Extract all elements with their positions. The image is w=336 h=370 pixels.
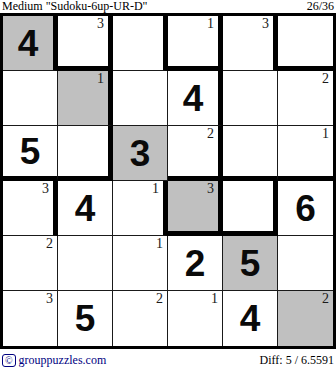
corner-mark: 2 xyxy=(156,291,163,307)
corner-mark: 3 xyxy=(207,181,214,197)
corner-mark: 3 xyxy=(97,16,104,32)
cell-r4c5[interactable] xyxy=(223,181,278,236)
cell-r5c2[interactable] xyxy=(58,236,113,291)
cell-r2c2[interactable]: 1 xyxy=(58,71,113,126)
cell-r6c3[interactable]: 2 xyxy=(113,291,168,346)
sudoku-grid: 43131425321341362125352142 xyxy=(0,13,336,349)
given-digit: 5 xyxy=(240,245,261,282)
cell-r1c2[interactable]: 3 xyxy=(58,16,113,71)
corner-mark: 3 xyxy=(46,291,53,307)
corner-mark: 2 xyxy=(322,71,329,87)
cell-r2c4[interactable]: 4 xyxy=(168,71,223,126)
cell-r5c3[interactable]: 1 xyxy=(113,236,168,291)
header: Medium "Sudoku-6up-UR-D" 26/36 xyxy=(2,0,334,13)
given-digit: 2 xyxy=(185,245,206,282)
given-digit: 4 xyxy=(18,25,39,62)
cell-r2c6[interactable]: 2 xyxy=(278,71,333,126)
given-digit: 6 xyxy=(295,190,316,227)
clue-count: 26/36 xyxy=(307,0,334,13)
copyright-icon: © xyxy=(2,354,16,367)
cell-r5c1[interactable]: 2 xyxy=(3,236,58,291)
cell-r6c1[interactable]: 3 xyxy=(3,291,58,346)
corner-mark: 2 xyxy=(207,126,214,142)
difficulty-label: Diff: 5 / 6.5591 xyxy=(260,353,334,368)
corner-mark: 1 xyxy=(322,126,329,142)
cell-r3c5[interactable] xyxy=(223,126,278,181)
cell-r4c2[interactable]: 4 xyxy=(58,181,113,236)
given-digit: 5 xyxy=(20,133,41,170)
cell-r3c4[interactable]: 2 xyxy=(168,126,223,181)
cell-r2c5[interactable] xyxy=(223,71,278,126)
corner-mark: 1 xyxy=(207,16,214,32)
cell-r1c3[interactable] xyxy=(113,16,168,71)
cell-r2c3[interactable] xyxy=(113,71,168,126)
puzzle-page: Medium "Sudoku-6up-UR-D" 26/36 431314253… xyxy=(0,0,336,370)
cell-r3c6[interactable]: 1 xyxy=(278,126,333,181)
cell-r4c4[interactable]: 3 xyxy=(168,181,223,236)
given-digit: 4 xyxy=(240,300,261,337)
cell-r6c2[interactable]: 5 xyxy=(58,291,113,346)
cell-r1c1[interactable]: 4 xyxy=(3,16,58,71)
corner-mark: 1 xyxy=(156,236,163,252)
given-digit: 4 xyxy=(183,80,204,117)
cell-r5c5[interactable]: 5 xyxy=(223,236,278,291)
cell-r4c1[interactable]: 3 xyxy=(3,181,58,236)
puzzle-title: Medium "Sudoku-6up-UR-D" xyxy=(2,0,147,13)
corner-mark: 1 xyxy=(97,71,104,87)
copyright: © grouppuzzles.com xyxy=(2,353,106,368)
cell-r5c6[interactable] xyxy=(278,236,333,291)
given-digit: 5 xyxy=(75,300,96,337)
cell-r4c6[interactable]: 6 xyxy=(278,181,333,236)
corner-mark: 1 xyxy=(211,291,218,307)
footer: © grouppuzzles.com Diff: 5 / 6.5591 xyxy=(2,352,334,368)
cell-r6c5[interactable]: 4 xyxy=(223,291,278,346)
cell-r4c3[interactable]: 1 xyxy=(113,181,168,236)
site-link[interactable]: grouppuzzles.com xyxy=(19,353,107,368)
corner-mark: 2 xyxy=(322,291,329,307)
corner-mark: 3 xyxy=(262,16,269,32)
cell-r3c1[interactable]: 5 xyxy=(3,126,58,181)
cell-r1c6[interactable] xyxy=(278,16,333,71)
cell-r2c1[interactable] xyxy=(3,71,58,126)
cell-r6c4[interactable]: 1 xyxy=(168,291,223,346)
corner-mark: 3 xyxy=(42,181,49,197)
cell-r6c6[interactable]: 2 xyxy=(278,291,333,346)
corner-mark: 1 xyxy=(152,181,159,197)
cell-r5c4[interactable]: 2 xyxy=(168,236,223,291)
cell-r1c4[interactable]: 1 xyxy=(168,16,223,71)
cell-r3c2[interactable] xyxy=(58,126,113,181)
cell-r1c5[interactable]: 3 xyxy=(223,16,278,71)
given-digit: 4 xyxy=(75,190,96,227)
given-digit: 3 xyxy=(130,135,151,172)
corner-mark: 2 xyxy=(46,236,53,252)
cell-r3c3[interactable]: 3 xyxy=(113,126,168,181)
